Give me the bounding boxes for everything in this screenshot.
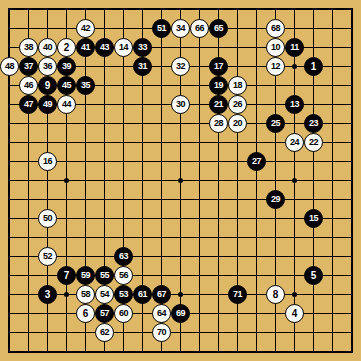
stone-64[interactable]: 64 bbox=[152, 304, 171, 323]
stone-move-number: 69 bbox=[176, 309, 185, 318]
stone-9[interactable]: 9 bbox=[38, 76, 57, 95]
star-point bbox=[292, 178, 297, 183]
stone-36[interactable]: 36 bbox=[38, 57, 57, 76]
stone-move-number: 53 bbox=[119, 290, 128, 299]
stone-move-number: 7 bbox=[64, 271, 70, 281]
stone-29[interactable]: 29 bbox=[266, 190, 285, 209]
stone-move-number: 23 bbox=[309, 119, 318, 128]
stone-move-number: 49 bbox=[43, 100, 52, 109]
stone-48[interactable]: 48 bbox=[0, 57, 19, 76]
stone-move-number: 17 bbox=[214, 62, 223, 71]
stone-move-number: 44 bbox=[62, 100, 71, 109]
stone-move-number: 11 bbox=[290, 43, 299, 52]
stone-move-number: 55 bbox=[100, 271, 109, 280]
star-point bbox=[292, 292, 297, 297]
stone-22[interactable]: 22 bbox=[304, 133, 323, 152]
stone-12[interactable]: 12 bbox=[266, 57, 285, 76]
stone-33[interactable]: 33 bbox=[133, 38, 152, 57]
stone-move-number: 21 bbox=[214, 100, 223, 109]
stone-38[interactable]: 38 bbox=[19, 38, 38, 57]
stone-move-number: 41 bbox=[81, 43, 90, 52]
stone-move-number: 57 bbox=[100, 309, 109, 318]
stone-move-number: 24 bbox=[290, 138, 299, 147]
stone-move-number: 16 bbox=[43, 157, 52, 166]
stone-44[interactable]: 44 bbox=[57, 95, 76, 114]
stone-15[interactable]: 15 bbox=[304, 209, 323, 228]
stone-move-number: 65 bbox=[214, 24, 223, 33]
stone-24[interactable]: 24 bbox=[285, 133, 304, 152]
stone-move-number: 47 bbox=[24, 100, 33, 109]
stone-42[interactable]: 42 bbox=[76, 19, 95, 38]
stone-27[interactable]: 27 bbox=[247, 152, 266, 171]
stone-move-number: 67 bbox=[157, 290, 166, 299]
stone-move-number: 46 bbox=[24, 81, 33, 90]
stone-move-number: 9 bbox=[45, 81, 51, 91]
stone-41[interactable]: 41 bbox=[76, 38, 95, 57]
stone-65[interactable]: 65 bbox=[209, 19, 228, 38]
stone-54[interactable]: 54 bbox=[95, 285, 114, 304]
stone-move-number: 56 bbox=[119, 271, 128, 280]
stone-55[interactable]: 55 bbox=[95, 266, 114, 285]
stone-move-number: 35 bbox=[81, 81, 90, 90]
stone-4[interactable]: 4 bbox=[285, 304, 304, 323]
stone-move-number: 45 bbox=[62, 81, 71, 90]
stone-11[interactable]: 11 bbox=[285, 38, 304, 57]
star-point bbox=[64, 292, 69, 297]
stone-67[interactable]: 67 bbox=[152, 285, 171, 304]
stone-43[interactable]: 43 bbox=[95, 38, 114, 57]
stone-move-number: 10 bbox=[271, 43, 280, 52]
stone-move-number: 2 bbox=[64, 43, 70, 53]
stone-51[interactable]: 51 bbox=[152, 19, 171, 38]
stone-69[interactable]: 69 bbox=[171, 304, 190, 323]
stone-53[interactable]: 53 bbox=[114, 285, 133, 304]
stone-move-number: 42 bbox=[81, 24, 90, 33]
stone-move-number: 26 bbox=[233, 100, 242, 109]
go-board[interactable]: 1234567891011121314151617181920212223242… bbox=[0, 0, 361, 361]
stone-5[interactable]: 5 bbox=[304, 266, 323, 285]
stone-63[interactable]: 63 bbox=[114, 247, 133, 266]
stone-move-number: 60 bbox=[119, 309, 128, 318]
stone-move-number: 13 bbox=[290, 100, 299, 109]
stone-60[interactable]: 60 bbox=[114, 304, 133, 323]
stone-28[interactable]: 28 bbox=[209, 114, 228, 133]
stone-25[interactable]: 25 bbox=[266, 114, 285, 133]
star-point bbox=[64, 178, 69, 183]
stone-34[interactable]: 34 bbox=[171, 19, 190, 38]
stone-19[interactable]: 19 bbox=[209, 76, 228, 95]
stone-3[interactable]: 3 bbox=[38, 285, 57, 304]
star-point bbox=[292, 64, 297, 69]
stone-68[interactable]: 68 bbox=[266, 19, 285, 38]
stone-move-number: 62 bbox=[100, 328, 109, 337]
stone-move-number: 30 bbox=[176, 100, 185, 109]
stone-move-number: 31 bbox=[138, 62, 147, 71]
stone-move-number: 20 bbox=[233, 119, 242, 128]
stone-move-number: 29 bbox=[271, 195, 280, 204]
stone-62[interactable]: 62 bbox=[95, 323, 114, 342]
stone-move-number: 58 bbox=[81, 290, 90, 299]
stone-move-number: 3 bbox=[45, 290, 51, 300]
stone-move-number: 6 bbox=[83, 309, 89, 319]
stone-52[interactable]: 52 bbox=[38, 247, 57, 266]
stone-move-number: 32 bbox=[176, 62, 185, 71]
stone-move-number: 22 bbox=[309, 138, 318, 147]
stone-move-number: 43 bbox=[100, 43, 109, 52]
stone-move-number: 64 bbox=[157, 309, 166, 318]
stone-39[interactable]: 39 bbox=[57, 57, 76, 76]
stone-move-number: 59 bbox=[81, 271, 90, 280]
stone-move-number: 40 bbox=[43, 43, 52, 52]
stone-1[interactable]: 1 bbox=[304, 57, 323, 76]
stone-move-number: 54 bbox=[100, 290, 109, 299]
stone-21[interactable]: 21 bbox=[209, 95, 228, 114]
stone-57[interactable]: 57 bbox=[95, 304, 114, 323]
stone-move-number: 12 bbox=[271, 62, 280, 71]
stone-13[interactable]: 13 bbox=[285, 95, 304, 114]
stone-30[interactable]: 30 bbox=[171, 95, 190, 114]
stone-14[interactable]: 14 bbox=[114, 38, 133, 57]
stone-move-number: 18 bbox=[233, 81, 242, 90]
stone-50[interactable]: 50 bbox=[38, 209, 57, 228]
stone-45[interactable]: 45 bbox=[57, 76, 76, 95]
stone-18[interactable]: 18 bbox=[228, 76, 247, 95]
stone-70[interactable]: 70 bbox=[152, 323, 171, 342]
stone-move-number: 36 bbox=[43, 62, 52, 71]
stone-move-number: 1 bbox=[311, 62, 317, 72]
stone-move-number: 5 bbox=[311, 271, 317, 281]
stone-56[interactable]: 56 bbox=[114, 266, 133, 285]
stone-move-number: 27 bbox=[252, 157, 261, 166]
stone-move-number: 4 bbox=[292, 309, 298, 319]
stone-40[interactable]: 40 bbox=[38, 38, 57, 57]
stone-move-number: 37 bbox=[24, 62, 33, 71]
stone-move-number: 51 bbox=[157, 24, 166, 33]
stone-2[interactable]: 2 bbox=[57, 38, 76, 57]
stone-16[interactable]: 16 bbox=[38, 152, 57, 171]
stone-10[interactable]: 10 bbox=[266, 38, 285, 57]
stone-23[interactable]: 23 bbox=[304, 114, 323, 133]
stone-47[interactable]: 47 bbox=[19, 95, 38, 114]
stone-35[interactable]: 35 bbox=[76, 76, 95, 95]
star-point bbox=[178, 292, 183, 297]
stone-46[interactable]: 46 bbox=[19, 76, 38, 95]
stone-move-number: 48 bbox=[5, 62, 14, 71]
stone-71[interactable]: 71 bbox=[228, 285, 247, 304]
stone-20[interactable]: 20 bbox=[228, 114, 247, 133]
stone-move-number: 61 bbox=[138, 290, 147, 299]
stone-move-number: 33 bbox=[138, 43, 147, 52]
stone-move-number: 25 bbox=[271, 119, 280, 128]
stone-move-number: 70 bbox=[157, 328, 166, 337]
stone-move-number: 38 bbox=[24, 43, 33, 52]
stone-37[interactable]: 37 bbox=[19, 57, 38, 76]
stone-move-number: 39 bbox=[62, 62, 71, 71]
stone-59[interactable]: 59 bbox=[76, 266, 95, 285]
stone-move-number: 71 bbox=[233, 290, 242, 299]
stone-58[interactable]: 58 bbox=[76, 285, 95, 304]
stone-move-number: 19 bbox=[214, 81, 223, 90]
stone-32[interactable]: 32 bbox=[171, 57, 190, 76]
stone-61[interactable]: 61 bbox=[133, 285, 152, 304]
stone-move-number: 15 bbox=[309, 214, 318, 223]
stone-move-number: 14 bbox=[119, 43, 128, 52]
stone-49[interactable]: 49 bbox=[38, 95, 57, 114]
stone-move-number: 52 bbox=[43, 252, 52, 261]
stone-move-number: 34 bbox=[176, 24, 185, 33]
stone-7[interactable]: 7 bbox=[57, 266, 76, 285]
stone-6[interactable]: 6 bbox=[76, 304, 95, 323]
stone-move-number: 50 bbox=[43, 214, 52, 223]
stone-move-number: 68 bbox=[271, 24, 280, 33]
stone-66[interactable]: 66 bbox=[190, 19, 209, 38]
stone-17[interactable]: 17 bbox=[209, 57, 228, 76]
stone-move-number: 28 bbox=[214, 119, 223, 128]
stone-31[interactable]: 31 bbox=[133, 57, 152, 76]
stone-move-number: 63 bbox=[119, 252, 128, 261]
stone-8[interactable]: 8 bbox=[266, 285, 285, 304]
star-point bbox=[178, 178, 183, 183]
stone-move-number: 8 bbox=[273, 290, 279, 300]
stone-move-number: 66 bbox=[195, 24, 204, 33]
stone-26[interactable]: 26 bbox=[228, 95, 247, 114]
